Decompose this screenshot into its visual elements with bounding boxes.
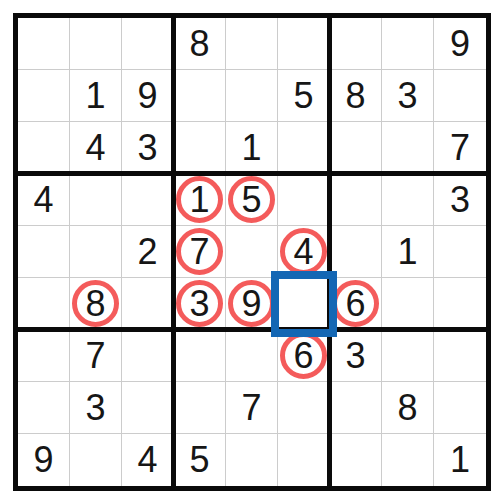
cell-r1c3[interactable] [122, 18, 174, 70]
box-border-vertical-2 [327, 18, 332, 486]
cell-r3c8[interactable] [382, 122, 434, 174]
cell-r4c4[interactable]: 1 [174, 174, 226, 226]
cell-r5c2[interactable] [70, 226, 122, 278]
digit: 3 [450, 182, 470, 218]
cell-r1c4[interactable]: 8 [174, 18, 226, 70]
digit: 3 [189, 286, 209, 322]
cell-r1c5[interactable] [226, 18, 278, 70]
cell-r9c7[interactable] [330, 434, 382, 486]
digit: 7 [189, 234, 209, 270]
digit: 1 [397, 234, 417, 270]
cell-r5c3[interactable]: 2 [122, 226, 174, 278]
cell-r4c1[interactable]: 4 [18, 174, 70, 226]
digit: 8 [397, 390, 417, 426]
cell-r1c6[interactable] [278, 18, 330, 70]
cell-r9c9[interactable]: 1 [434, 434, 486, 486]
cell-r9c6[interactable] [278, 434, 330, 486]
cell-r8c5[interactable]: 7 [226, 382, 278, 434]
cell-r2c1[interactable] [18, 70, 70, 122]
cell-r8c1[interactable] [18, 382, 70, 434]
cell-r5c4[interactable]: 7 [174, 226, 226, 278]
cell-r4c5[interactable]: 5 [226, 174, 278, 226]
cell-r7c3[interactable] [122, 330, 174, 382]
cell-r8c8[interactable]: 8 [382, 382, 434, 434]
digit: 9 [137, 78, 157, 114]
digit: 4 [137, 442, 157, 478]
cell-r7c7[interactable]: 3 [330, 330, 382, 382]
digit: 3 [137, 130, 157, 166]
cell-r1c9[interactable]: 9 [434, 18, 486, 70]
cell-r7c1[interactable] [18, 330, 70, 382]
digit: 3 [85, 390, 105, 426]
cell-r5c8[interactable]: 1 [382, 226, 434, 278]
cell-r2c4[interactable] [174, 70, 226, 122]
cell-r9c3[interactable]: 4 [122, 434, 174, 486]
cell-r6c8[interactable] [382, 278, 434, 330]
cell-r1c7[interactable] [330, 18, 382, 70]
cell-r2c8[interactable]: 3 [382, 70, 434, 122]
digit: 7 [241, 390, 261, 426]
cell-r9c2[interactable] [70, 434, 122, 486]
cell-r2c6[interactable]: 5 [278, 70, 330, 122]
cell-r3c7[interactable] [330, 122, 382, 174]
cell-r8c6[interactable] [278, 382, 330, 434]
cell-r3c1[interactable] [18, 122, 70, 174]
cell-r9c1[interactable]: 9 [18, 434, 70, 486]
cell-r3c3[interactable]: 3 [122, 122, 174, 174]
cell-r7c6[interactable]: 6 [278, 330, 330, 382]
digit: 1 [241, 130, 261, 166]
digit: 1 [189, 182, 209, 218]
digit: 3 [345, 338, 365, 374]
cell-r3c4[interactable] [174, 122, 226, 174]
digit: 8 [189, 26, 209, 62]
cell-r7c2[interactable]: 7 [70, 330, 122, 382]
cell-r5c7[interactable] [330, 226, 382, 278]
cell-r4c3[interactable] [122, 174, 174, 226]
cell-r6c3[interactable] [122, 278, 174, 330]
cell-r3c2[interactable]: 4 [70, 122, 122, 174]
digit: 5 [189, 442, 209, 478]
cell-r4c9[interactable]: 3 [434, 174, 486, 226]
digit: 2 [137, 234, 157, 270]
cell-r8c2[interactable]: 3 [70, 382, 122, 434]
cell-r6c1[interactable] [18, 278, 70, 330]
digit: 1 [450, 442, 470, 478]
cell-r9c4[interactable]: 5 [174, 434, 226, 486]
cell-r3c6[interactable] [278, 122, 330, 174]
cell-r4c8[interactable] [382, 174, 434, 226]
digit: 4 [85, 130, 105, 166]
cell-r8c4[interactable] [174, 382, 226, 434]
cell-r2c7[interactable]: 8 [330, 70, 382, 122]
cell-r2c3[interactable]: 9 [122, 70, 174, 122]
cell-r2c2[interactable]: 1 [70, 70, 122, 122]
cell-r9c5[interactable] [226, 434, 278, 486]
cell-r1c2[interactable] [70, 18, 122, 70]
digit: 5 [241, 182, 261, 218]
cell-r8c9[interactable] [434, 382, 486, 434]
cell-r4c6[interactable] [278, 174, 330, 226]
cell-r8c7[interactable] [330, 382, 382, 434]
digit: 3 [397, 78, 417, 114]
cell-r6c2[interactable]: 8 [70, 278, 122, 330]
digit: 6 [345, 286, 365, 322]
cell-r6c4[interactable]: 3 [174, 278, 226, 330]
cell-r7c4[interactable] [174, 330, 226, 382]
digit: 6 [293, 338, 313, 374]
sudoku-board: 891958343174153274183967633789451 [13, 13, 491, 491]
digit: 8 [85, 286, 105, 322]
cell-r6c7[interactable]: 6 [330, 278, 382, 330]
cell-r4c7[interactable] [330, 174, 382, 226]
digit: 7 [450, 130, 470, 166]
digit: 9 [450, 26, 470, 62]
cell-r2c5[interactable] [226, 70, 278, 122]
selected-cell-highlight [271, 271, 337, 337]
digit: 9 [33, 442, 53, 478]
board-cells: 891958343174153274183967633789451 [18, 18, 486, 486]
cell-r7c5[interactable] [226, 330, 278, 382]
cell-r3c9[interactable]: 7 [434, 122, 486, 174]
digit: 4 [293, 234, 313, 270]
cell-r5c1[interactable] [18, 226, 70, 278]
cell-r1c8[interactable] [382, 18, 434, 70]
cell-r4c2[interactable] [70, 174, 122, 226]
cell-r2c9[interactable] [434, 70, 486, 122]
digit: 7 [85, 338, 105, 374]
sudoku-app: 891958343174153274183967633789451 [0, 0, 500, 500]
cell-r3c5[interactable]: 1 [226, 122, 278, 174]
cell-r8c3[interactable] [122, 382, 174, 434]
digit: 1 [85, 78, 105, 114]
cell-r5c9[interactable] [434, 226, 486, 278]
cell-r6c9[interactable] [434, 278, 486, 330]
digit: 9 [241, 286, 261, 322]
digit: 5 [293, 78, 313, 114]
digit: 4 [33, 182, 53, 218]
cell-r9c8[interactable] [382, 434, 434, 486]
cell-r1c1[interactable] [18, 18, 70, 70]
cell-r7c8[interactable] [382, 330, 434, 382]
digit: 8 [345, 78, 365, 114]
box-border-horizontal-2 [18, 327, 486, 332]
cell-r7c9[interactable] [434, 330, 486, 382]
